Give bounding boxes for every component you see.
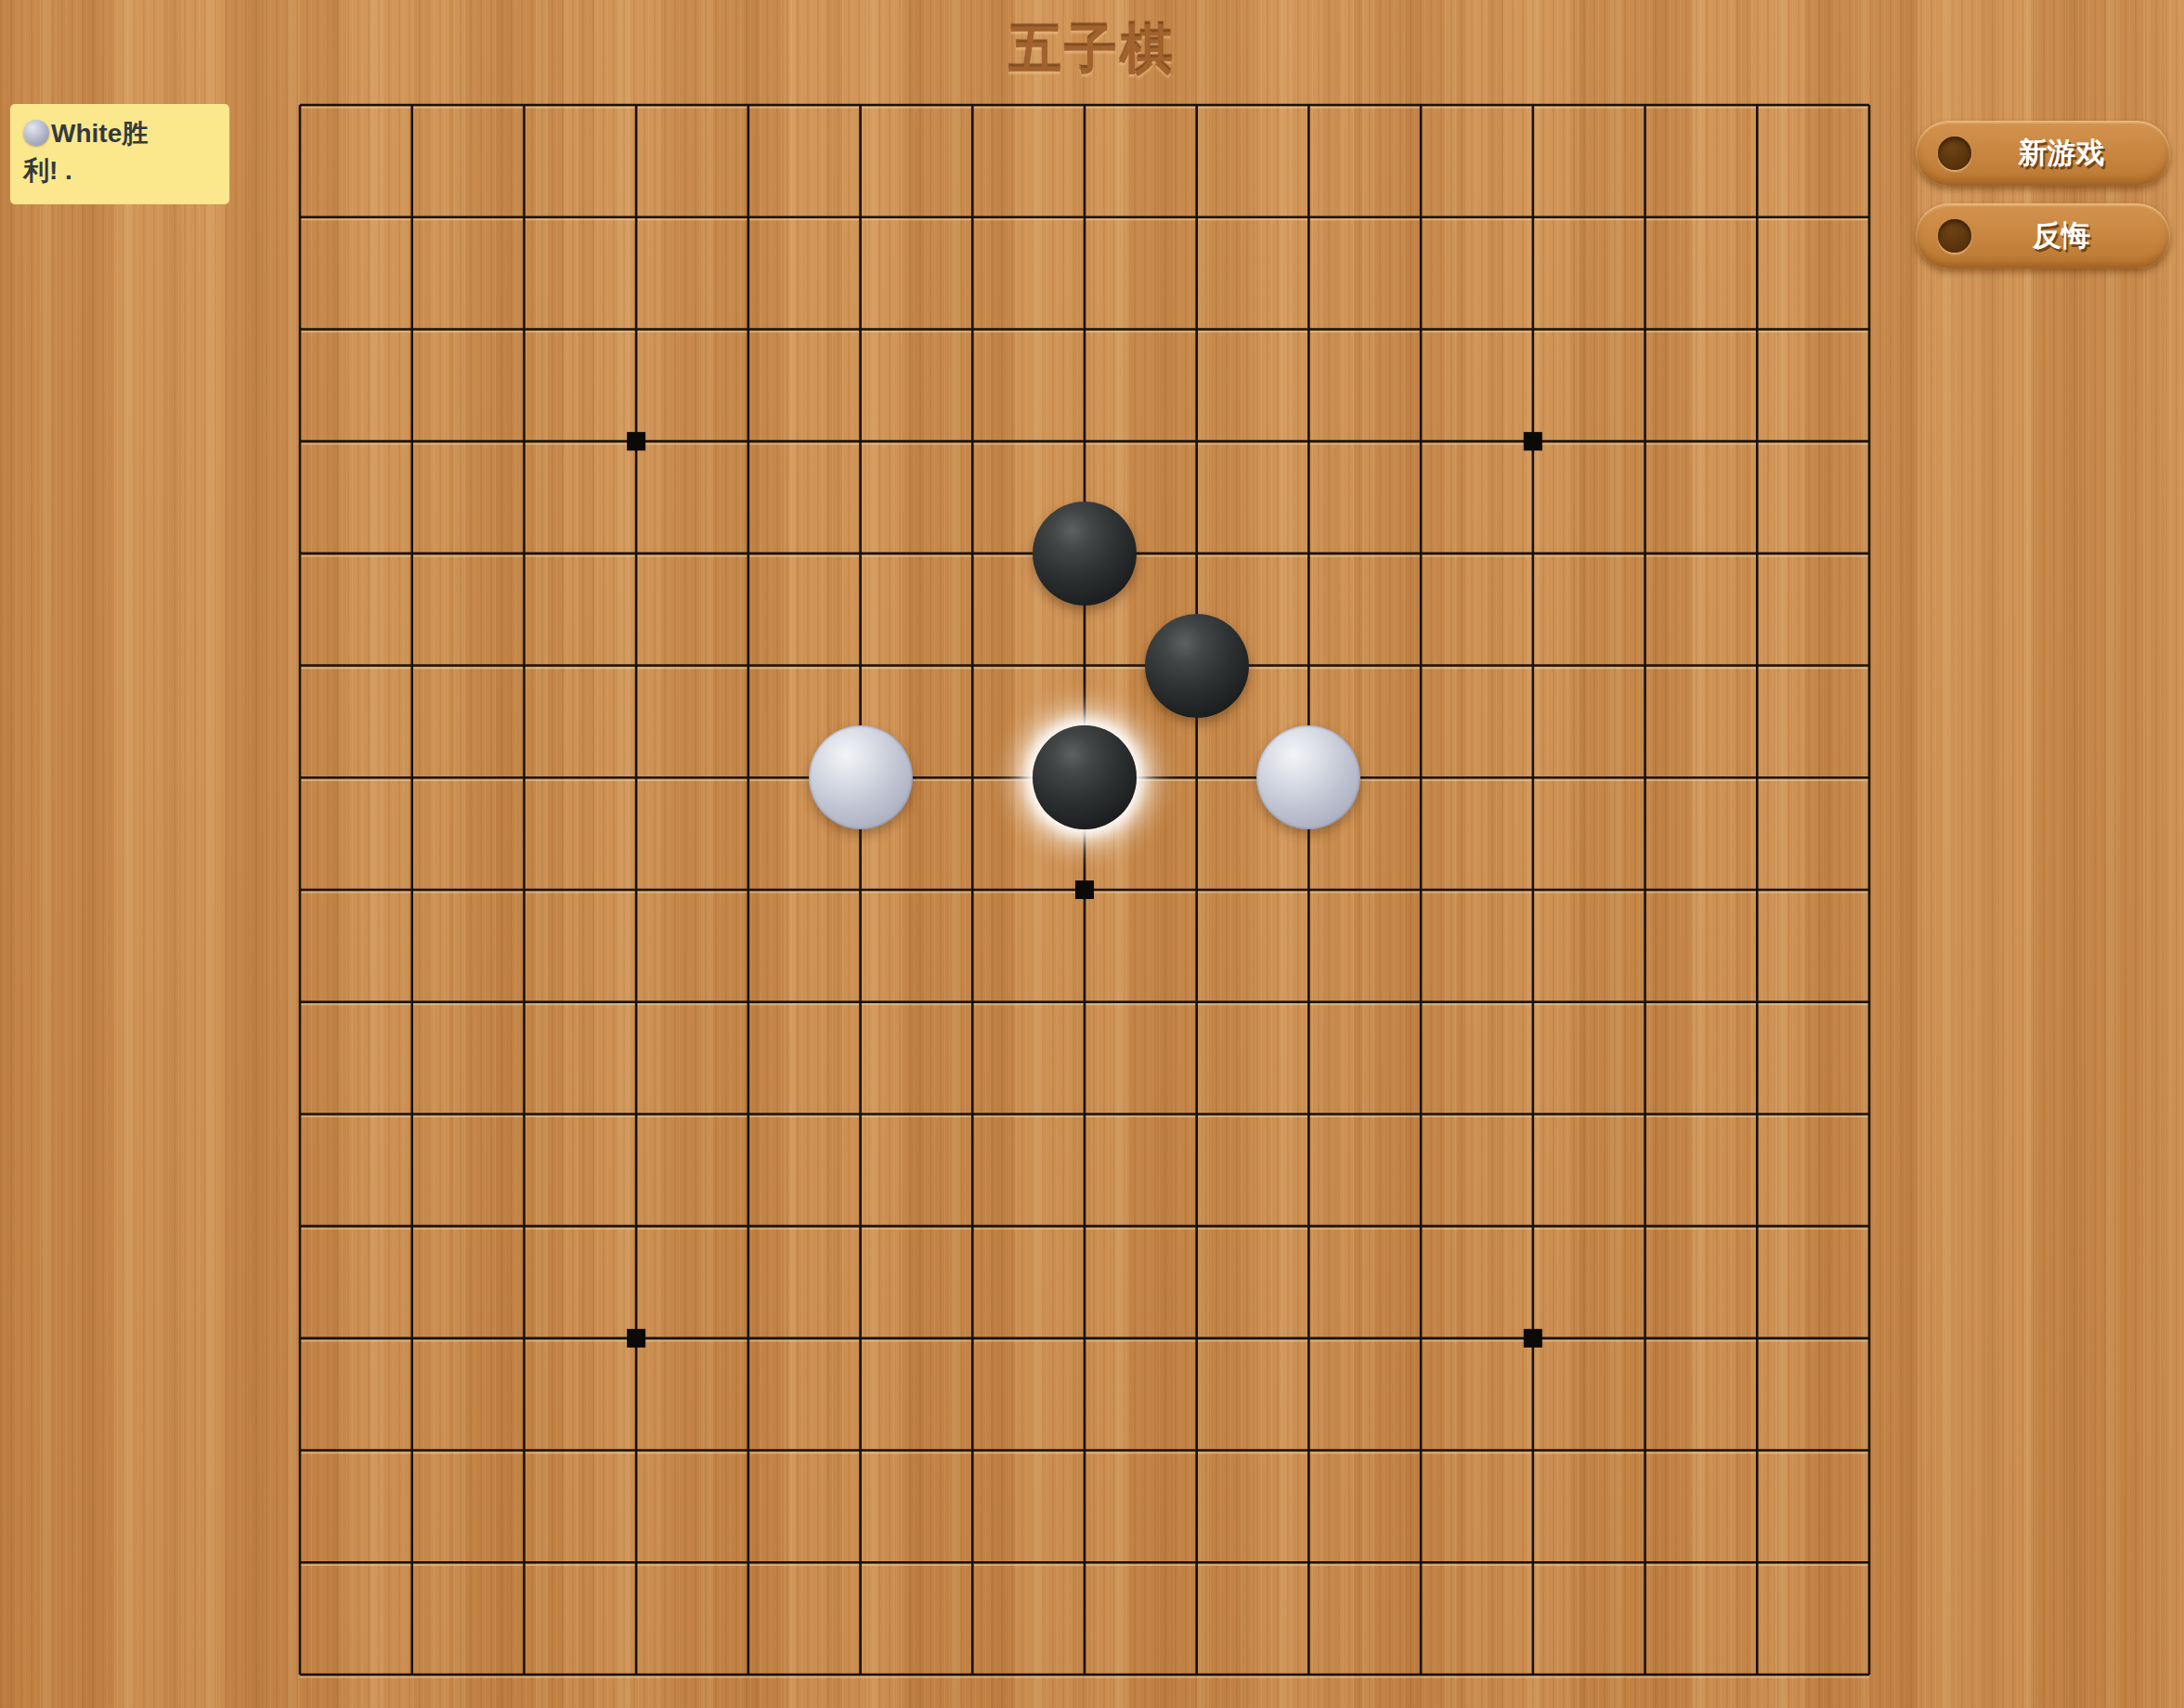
gomoku-board[interactable] xyxy=(300,105,1869,1675)
stone-black-last-move xyxy=(1033,725,1137,829)
status-message: White胜 利! . xyxy=(23,119,148,185)
button-pin-icon xyxy=(1938,219,1971,253)
undo-label: 反悔 xyxy=(1971,216,2164,255)
page-title: 五子棋 xyxy=(0,15,2184,86)
star-point xyxy=(627,1329,645,1348)
new-game-label: 新游戏 xyxy=(1971,134,2164,173)
star-point xyxy=(627,432,645,450)
white-stone-icon xyxy=(23,120,49,146)
stone-black xyxy=(1033,502,1137,606)
page: 五子棋 White胜 利! . 新游戏 反悔 xyxy=(0,0,2184,1708)
button-pin-icon xyxy=(1938,137,1971,170)
star-point xyxy=(1075,880,1094,899)
undo-button[interactable]: 反悔 xyxy=(1916,203,2170,268)
stone-white xyxy=(1256,725,1360,829)
star-point xyxy=(1524,432,1542,450)
board-grid xyxy=(300,105,1869,1675)
new-game-button[interactable]: 新游戏 xyxy=(1916,121,2170,186)
stone-white xyxy=(809,725,913,829)
star-point xyxy=(1524,1329,1542,1348)
stone-black xyxy=(1145,614,1249,718)
status-message-box: White胜 利! . xyxy=(10,104,229,204)
